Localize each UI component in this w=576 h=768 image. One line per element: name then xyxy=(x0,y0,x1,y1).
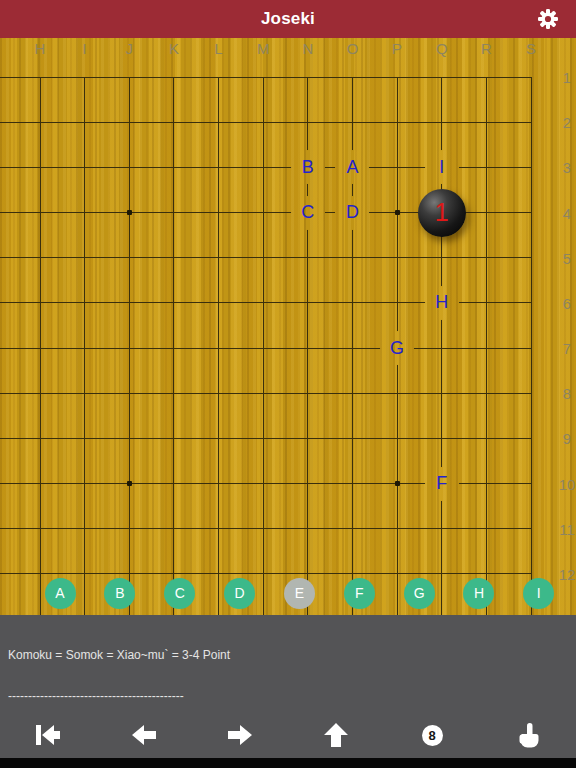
pointer-hand-icon xyxy=(515,721,541,749)
tap-hand-button[interactable] xyxy=(480,712,576,758)
info-separator-line: ----------------------------------------… xyxy=(8,690,568,704)
arrow-left-icon xyxy=(130,722,158,748)
move-number: 1 xyxy=(435,200,449,225)
row-label: 11 xyxy=(559,520,575,537)
grid-line-h xyxy=(0,528,531,529)
skip-to-first-icon xyxy=(33,722,63,748)
grid-line-h xyxy=(0,77,531,78)
grid-line-v xyxy=(84,77,85,615)
grid-line-h xyxy=(0,348,531,349)
variation-button-G[interactable]: G xyxy=(404,578,435,609)
board-label-H[interactable]: H xyxy=(425,286,459,320)
column-label: R xyxy=(481,40,492,57)
info-title-line: Komoku = Somok = Xiao~mu` = 3-4 Point xyxy=(8,649,568,663)
next-move-button[interactable] xyxy=(192,712,288,758)
variation-button-D[interactable]: D xyxy=(224,578,255,609)
grid-line-h xyxy=(0,438,531,439)
toolbar: 8 xyxy=(0,712,576,758)
settings-button[interactable] xyxy=(536,7,560,31)
row-label: 4 xyxy=(563,204,571,221)
column-label: M xyxy=(257,40,270,57)
move-count-badge: 8 xyxy=(422,725,443,746)
variation-button-B[interactable]: B xyxy=(104,578,135,609)
board-label-D[interactable]: D xyxy=(335,196,369,230)
column-label: Q xyxy=(436,40,448,57)
grid-line-h xyxy=(0,573,531,574)
column-label: L xyxy=(214,40,222,57)
row-label: 2 xyxy=(563,114,571,131)
go-board[interactable]: 123456789101112HIJKLMNOPQRSBAICDHGF1ABCD… xyxy=(0,38,576,615)
grid-line-h xyxy=(0,393,531,394)
column-label: K xyxy=(169,40,179,57)
row-label: 5 xyxy=(563,249,571,266)
stone-black: 1 xyxy=(418,189,466,237)
app-screen: Joseki 123456789101112HIJKLMNOPQRSBAICDH… xyxy=(0,0,576,768)
row-label: 9 xyxy=(563,430,571,447)
grid-line-v xyxy=(129,77,130,615)
grid-line-v xyxy=(486,77,487,615)
variation-button-H[interactable]: H xyxy=(463,578,494,609)
star-point xyxy=(127,481,132,486)
gear-icon xyxy=(537,8,559,30)
board-label-I[interactable]: I xyxy=(425,150,459,184)
row-label: 6 xyxy=(563,294,571,311)
header-bar: Joseki xyxy=(0,0,576,38)
board-label-B[interactable]: B xyxy=(291,150,325,184)
grid-line-h xyxy=(0,257,531,258)
variation-button-C[interactable]: C xyxy=(164,578,195,609)
row-label: 1 xyxy=(563,69,571,86)
variation-button-F[interactable]: F xyxy=(344,578,375,609)
board-label-F[interactable]: F xyxy=(425,467,459,501)
board-label-C[interactable]: C xyxy=(291,196,325,230)
variation-button-E[interactable]: E xyxy=(284,578,315,609)
variation-button-I[interactable]: I xyxy=(523,578,554,609)
column-label: O xyxy=(347,40,359,57)
row-label: 7 xyxy=(563,340,571,357)
grid-line-h xyxy=(0,122,531,123)
star-point xyxy=(127,210,132,215)
variation-button-A[interactable]: A xyxy=(45,578,76,609)
info-panel: Komoku = Somok = Xiao~mu` = 3-4 Point --… xyxy=(0,615,576,758)
column-label: N xyxy=(302,40,313,57)
grid-line-v xyxy=(173,77,174,615)
arrow-right-icon xyxy=(226,722,254,748)
bottom-black-strip xyxy=(0,758,576,768)
column-label: S xyxy=(526,40,536,57)
row-label: 12 xyxy=(559,565,576,582)
star-point xyxy=(395,210,400,215)
row-label: 3 xyxy=(563,159,571,176)
grid-line-v xyxy=(40,77,41,615)
column-label: J xyxy=(126,40,134,57)
column-label: P xyxy=(392,40,402,57)
column-label: I xyxy=(83,40,87,57)
grid-line-v xyxy=(218,77,219,615)
up-variation-button[interactable] xyxy=(288,712,384,758)
board-label-A[interactable]: A xyxy=(335,150,369,184)
grid-line-v xyxy=(263,77,264,615)
grid-line-v xyxy=(531,77,532,615)
arrow-up-icon xyxy=(323,722,349,748)
skip-to-first-button[interactable] xyxy=(0,712,96,758)
row-label: 8 xyxy=(563,385,571,402)
row-label: 10 xyxy=(559,475,576,492)
star-point xyxy=(395,481,400,486)
move-count-button[interactable]: 8 xyxy=(384,712,480,758)
previous-move-button[interactable] xyxy=(96,712,192,758)
board-label-G[interactable]: G xyxy=(380,331,414,365)
column-label: H xyxy=(35,40,46,57)
page-title: Joseki xyxy=(261,9,315,29)
